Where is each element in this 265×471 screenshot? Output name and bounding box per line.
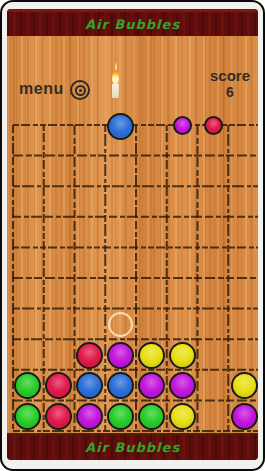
bullseye-inner-ring <box>75 85 86 96</box>
board-bubble <box>169 403 196 430</box>
queue-bubble <box>204 116 223 135</box>
lit-candle-icon <box>110 50 121 112</box>
menu-label: menu <box>19 80 64 97</box>
app-screen: Air Bubbles menu score 6 <box>2 2 263 469</box>
app-title: Air Bubbles <box>85 17 180 32</box>
target-cell-ghost <box>108 312 133 337</box>
candle-spark <box>115 63 117 70</box>
board-bubble <box>107 342 134 369</box>
board-bubble <box>138 403 165 430</box>
score-value: 6 <box>210 84 250 101</box>
board[interactable] <box>12 124 258 432</box>
board-bubble <box>107 403 134 430</box>
screenshot-stage: Air Bubbles menu score 6 <box>0 0 265 471</box>
board-bubble <box>45 403 72 430</box>
top-title-bar: Air Bubbles <box>7 9 258 36</box>
bullseye-center-dot <box>79 89 82 92</box>
footer-title: Air Bubbles <box>85 440 180 455</box>
app-content: Air Bubbles menu score 6 <box>7 9 258 460</box>
falling-bubble <box>107 113 134 140</box>
bottom-title-bar: Air Bubbles <box>7 433 258 460</box>
board-bubble <box>76 342 103 369</box>
board-bubble <box>14 403 41 430</box>
queue-bubble <box>173 116 192 135</box>
board-bubble <box>169 342 196 369</box>
game-area[interactable]: menu score 6 <box>7 36 258 433</box>
score-display: score 6 <box>210 67 250 101</box>
board-bubble <box>76 403 103 430</box>
bullseye-icon[interactable] <box>70 80 90 100</box>
phone-frame: Air Bubbles menu score 6 <box>0 0 265 471</box>
candle-flame <box>112 70 119 84</box>
menu-button[interactable]: menu <box>19 80 64 98</box>
board-bubble <box>138 342 165 369</box>
score-label: score <box>210 67 250 84</box>
board-bubble <box>231 403 258 430</box>
candle-body <box>112 83 120 98</box>
